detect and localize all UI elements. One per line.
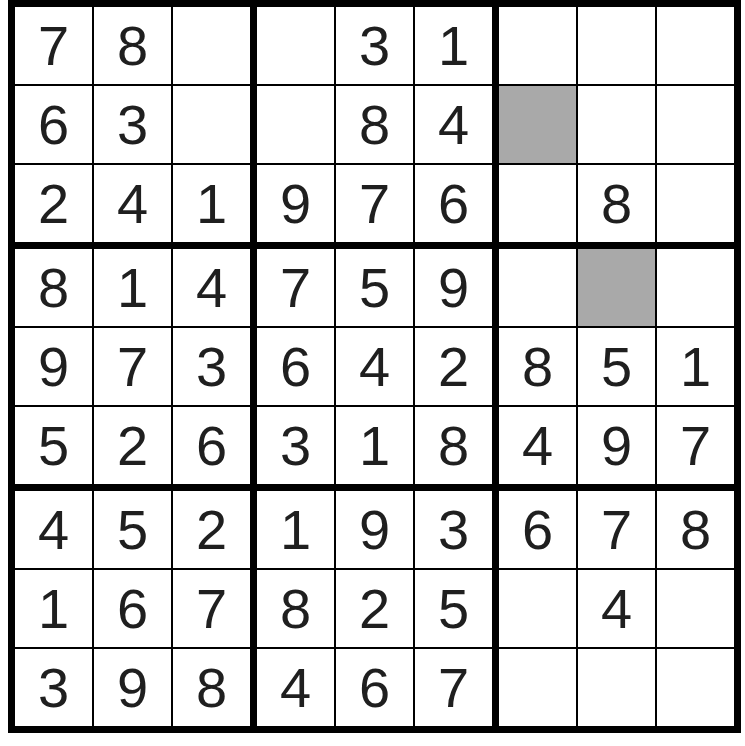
- cell-r1c7[interactable]: [499, 7, 576, 84]
- cell-r6c8[interactable]: 9: [578, 407, 655, 484]
- cell-r1c4[interactable]: [257, 7, 334, 84]
- cell-r2c2[interactable]: 3: [94, 86, 171, 163]
- cell-r2c7[interactable]: [499, 86, 576, 163]
- cell-r9c7[interactable]: [499, 649, 576, 726]
- cell-r4c5[interactable]: 5: [336, 249, 413, 326]
- cell-r5c3[interactable]: 3: [173, 328, 250, 405]
- cell-r5c4[interactable]: 6: [257, 328, 334, 405]
- cell-r5c1[interactable]: 9: [15, 328, 92, 405]
- cell-r8c1[interactable]: 1: [15, 570, 92, 647]
- cell-r8c4[interactable]: 8: [257, 570, 334, 647]
- cell-r9c1[interactable]: 3: [15, 649, 92, 726]
- cell-r4c2[interactable]: 1: [94, 249, 171, 326]
- cell-r8c2[interactable]: 6: [94, 570, 171, 647]
- cell-r9c6[interactable]: 7: [415, 649, 492, 726]
- cell-r2c9[interactable]: [657, 86, 734, 163]
- cell-r6c1[interactable]: 5: [15, 407, 92, 484]
- cell-r8c9[interactable]: [657, 570, 734, 647]
- cell-r3c6[interactable]: 6: [415, 165, 492, 242]
- cell-r6c7[interactable]: 4: [499, 407, 576, 484]
- box-r1c2: 3184976: [257, 7, 492, 242]
- cell-r7c3[interactable]: 2: [173, 491, 250, 568]
- cell-r9c3[interactable]: 8: [173, 649, 250, 726]
- cell-r5c7[interactable]: 8: [499, 328, 576, 405]
- cell-r5c5[interactable]: 4: [336, 328, 413, 405]
- cell-r6c9[interactable]: 7: [657, 407, 734, 484]
- box-r2c2: 759642318: [257, 249, 492, 484]
- cell-r3c1[interactable]: 2: [15, 165, 92, 242]
- cell-r3c2[interactable]: 4: [94, 165, 171, 242]
- sudoku-board: 7863241318497688149735267596423188514974…: [8, 0, 741, 733]
- cell-r7c5[interactable]: 9: [336, 491, 413, 568]
- cell-r4c7[interactable]: [499, 249, 576, 326]
- box-r3c1: 452167398: [15, 491, 250, 726]
- cell-r2c6[interactable]: 4: [415, 86, 492, 163]
- cell-r3c7[interactable]: [499, 165, 576, 242]
- cell-r3c3[interactable]: 1: [173, 165, 250, 242]
- cell-r2c5[interactable]: 8: [336, 86, 413, 163]
- cell-r5c2[interactable]: 7: [94, 328, 171, 405]
- cell-r9c8[interactable]: [578, 649, 655, 726]
- cell-r4c1[interactable]: 8: [15, 249, 92, 326]
- cell-r6c2[interactable]: 2: [94, 407, 171, 484]
- cell-r3c8[interactable]: 8: [578, 165, 655, 242]
- cell-r8c6[interactable]: 5: [415, 570, 492, 647]
- cell-r1c1[interactable]: 7: [15, 7, 92, 84]
- cell-r8c3[interactable]: 7: [173, 570, 250, 647]
- cell-r1c6[interactable]: 1: [415, 7, 492, 84]
- cell-r9c2[interactable]: 9: [94, 649, 171, 726]
- cell-r7c2[interactable]: 5: [94, 491, 171, 568]
- cell-r6c6[interactable]: 8: [415, 407, 492, 484]
- cell-r3c5[interactable]: 7: [336, 165, 413, 242]
- cell-r3c4[interactable]: 9: [257, 165, 334, 242]
- cell-r7c9[interactable]: 8: [657, 491, 734, 568]
- cell-r7c7[interactable]: 6: [499, 491, 576, 568]
- cell-r8c7[interactable]: [499, 570, 576, 647]
- page: 7863241318497688149735267596423188514974…: [0, 0, 745, 746]
- box-r2c3: 851497: [499, 249, 734, 484]
- cell-r9c9[interactable]: [657, 649, 734, 726]
- cell-r3c9[interactable]: [657, 165, 734, 242]
- cell-r4c6[interactable]: 9: [415, 249, 492, 326]
- cell-r2c8[interactable]: [578, 86, 655, 163]
- cell-r1c2[interactable]: 8: [94, 7, 171, 84]
- cell-r7c4[interactable]: 1: [257, 491, 334, 568]
- cell-r4c4[interactable]: 7: [257, 249, 334, 326]
- cell-r5c9[interactable]: 1: [657, 328, 734, 405]
- cell-r9c5[interactable]: 6: [336, 649, 413, 726]
- cell-r5c6[interactable]: 2: [415, 328, 492, 405]
- cell-r5c8[interactable]: 5: [578, 328, 655, 405]
- cell-r6c5[interactable]: 1: [336, 407, 413, 484]
- cell-r7c6[interactable]: 3: [415, 491, 492, 568]
- cell-r1c5[interactable]: 3: [336, 7, 413, 84]
- cell-r2c4[interactable]: [257, 86, 334, 163]
- cell-r1c3[interactable]: [173, 7, 250, 84]
- box-r3c3: 6784: [499, 491, 734, 726]
- cell-r7c8[interactable]: 7: [578, 491, 655, 568]
- cell-r6c3[interactable]: 6: [173, 407, 250, 484]
- cell-r4c8[interactable]: [578, 249, 655, 326]
- cell-r2c1[interactable]: 6: [15, 86, 92, 163]
- box-r2c1: 814973526: [15, 249, 250, 484]
- cell-r2c3[interactable]: [173, 86, 250, 163]
- cell-r1c9[interactable]: [657, 7, 734, 84]
- box-r1c3: 8: [499, 7, 734, 242]
- cell-r6c4[interactable]: 3: [257, 407, 334, 484]
- cell-r4c9[interactable]: [657, 249, 734, 326]
- cell-r7c1[interactable]: 4: [15, 491, 92, 568]
- cell-r8c5[interactable]: 2: [336, 570, 413, 647]
- cell-r8c8[interactable]: 4: [578, 570, 655, 647]
- cell-r1c8[interactable]: [578, 7, 655, 84]
- cell-r9c4[interactable]: 4: [257, 649, 334, 726]
- box-r3c2: 193825467: [257, 491, 492, 726]
- box-r1c1: 7863241: [15, 7, 250, 242]
- cell-r4c3[interactable]: 4: [173, 249, 250, 326]
